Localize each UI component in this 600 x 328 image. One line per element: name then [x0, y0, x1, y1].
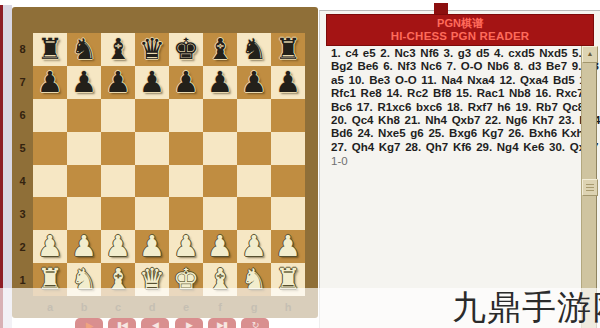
navigation-toolbar: ▶▮◀◀▶▶▮↻ — [0, 318, 320, 328]
moves-line: Rfc1 Re8 14. Rc2 Bf8 15. Rac1 Nb8 16. Rx… — [331, 87, 581, 100]
square-c4 — [101, 165, 135, 198]
square-a7: ♟ — [33, 66, 67, 99]
square-c5 — [101, 132, 135, 165]
piece-black-knight: ♞ — [71, 35, 97, 64]
piece-white-pawn: ♟ — [241, 232, 267, 261]
square-d7: ♟ — [135, 66, 169, 99]
square-c3 — [101, 197, 135, 230]
square-d3 — [135, 197, 169, 230]
piece-black-pawn: ♟ — [207, 68, 233, 97]
rank-labels: 87654321 — [12, 33, 33, 296]
square-g4 — [237, 165, 271, 198]
square-c6 — [101, 99, 135, 132]
piece-white-pawn: ♟ — [173, 232, 199, 261]
piece-black-pawn: ♟ — [71, 68, 97, 97]
square-e5 — [169, 132, 203, 165]
square-g8: ♞ — [237, 33, 271, 66]
square-d4 — [135, 165, 169, 198]
square-c8: ♝ — [101, 33, 135, 66]
pgn-reader-app: 87654321 ♜♞♝♛♚♝♞♜♟♟♟♟♟♟♟♟♟♟♟♟♟♟♟♟♜♞♝♛♚♝♞… — [0, 0, 600, 328]
square-g2: ♟ — [237, 230, 271, 263]
square-h4 — [271, 165, 305, 198]
square-b4 — [67, 165, 101, 198]
piece-black-rook: ♜ — [275, 35, 301, 64]
rank-label-4: 4 — [12, 165, 33, 198]
next-button[interactable]: ▶ — [175, 318, 203, 328]
square-b8: ♞ — [67, 33, 101, 66]
square-g6 — [237, 99, 271, 132]
square-b5 — [67, 132, 101, 165]
square-h2: ♟ — [271, 230, 305, 263]
piece-white-pawn: ♟ — [71, 232, 97, 261]
square-e6 — [169, 99, 203, 132]
rank-label-5: 5 — [12, 132, 33, 165]
square-e3 — [169, 197, 203, 230]
square-c7: ♟ — [101, 66, 135, 99]
piece-black-queen: ♛ — [139, 35, 165, 64]
square-a4 — [33, 165, 67, 198]
first-button[interactable]: ▮◀ — [108, 318, 136, 328]
moves-line: a5 10. Be3 O-O 11. Na4 Nxa4 12. Qxa4 Bd5… — [331, 74, 581, 87]
piece-white-pawn: ♟ — [275, 232, 301, 261]
piece-black-pawn: ♟ — [275, 68, 301, 97]
piece-black-pawn: ♟ — [241, 68, 267, 97]
last-button[interactable]: ▶▮ — [208, 318, 236, 328]
rank-label-3: 3 — [12, 197, 33, 230]
square-g3 — [237, 197, 271, 230]
moves-line: Bc6 17. R1xc6 bxc6 18. Rxf7 h6 19. Rb7 Q… — [331, 101, 581, 114]
move-list[interactable]: 1. c4 e5 2. Nc3 Nf6 3. g3 d5 4. cxd5 Nxd… — [331, 47, 581, 168]
previous-icon: ◀ — [152, 321, 158, 328]
piece-white-pawn: ♟ — [139, 232, 165, 261]
first-icon: ▮◀ — [117, 321, 127, 328]
game-result: 1-0 — [331, 154, 581, 168]
play-button[interactable]: ▶ — [75, 318, 103, 328]
left-edge-margin — [3, 5, 12, 328]
rank-label-8: 8 — [12, 33, 33, 66]
square-c2: ♟ — [101, 230, 135, 263]
scrollbar-grip-icon — [586, 184, 594, 192]
piece-white-pawn: ♟ — [207, 232, 233, 261]
piece-black-bishop: ♝ — [105, 35, 131, 64]
square-a6 — [33, 99, 67, 132]
moves-line: Bg2 Be6 6. Nf3 Nc6 7. O-O Nb6 8. d3 Be7 … — [331, 60, 581, 73]
moves-line: Bd6 24. Nxe5 g6 25. Bxg6 Kg7 26. Bxh6 Kx… — [331, 127, 581, 140]
square-b7: ♟ — [67, 66, 101, 99]
square-g5 — [237, 132, 271, 165]
square-b2: ♟ — [67, 230, 101, 263]
square-e7: ♟ — [169, 66, 203, 99]
square-e2: ♟ — [169, 230, 203, 263]
watermark-text: 九鼎手游网 — [452, 288, 600, 326]
flip-icon: ↻ — [252, 321, 259, 328]
square-d8: ♛ — [135, 33, 169, 66]
pgn-header-title-en: HI-CHESS PGN READER — [327, 30, 593, 43]
pgn-header: PGN棋谱 HI-CHESS PGN READER — [326, 14, 594, 46]
piece-black-pawn: ♟ — [105, 68, 131, 97]
piece-black-pawn: ♟ — [139, 68, 165, 97]
square-g7: ♟ — [237, 66, 271, 99]
square-f8: ♝ — [203, 33, 237, 66]
piece-black-king: ♚ — [173, 35, 199, 64]
square-h5 — [271, 132, 305, 165]
scrollbar-up-arrow-icon[interactable]: ▲ — [582, 46, 598, 63]
square-h7: ♟ — [271, 66, 305, 99]
square-f6 — [203, 99, 237, 132]
piece-black-rook: ♜ — [37, 35, 63, 64]
pgn-panel: PGN棋谱 HI-CHESS PGN READER 1. c4 e5 2. Nc… — [319, 10, 600, 328]
piece-white-pawn: ♟ — [105, 232, 131, 261]
scrollbar-thumb[interactable] — [582, 179, 598, 196]
square-f7: ♟ — [203, 66, 237, 99]
piece-black-pawn: ♟ — [37, 68, 63, 97]
square-b3 — [67, 197, 101, 230]
piece-black-pawn: ♟ — [173, 68, 199, 97]
square-h3 — [271, 197, 305, 230]
square-h8: ♜ — [271, 33, 305, 66]
square-a2: ♟ — [33, 230, 67, 263]
square-d5 — [135, 132, 169, 165]
next-icon: ▶ — [186, 321, 192, 328]
square-a3 — [33, 197, 67, 230]
moves-line: 27. Qh4 Kg7 28. Qh7 Kf6 29. Ng4 Ke6 30. … — [331, 141, 581, 154]
header-notch — [434, 3, 448, 14]
last-icon: ▶▮ — [217, 321, 227, 328]
square-f3 — [203, 197, 237, 230]
square-b6 — [67, 99, 101, 132]
flip-button[interactable]: ↻ — [241, 318, 269, 328]
previous-button[interactable]: ◀ — [141, 318, 169, 328]
square-f4 — [203, 165, 237, 198]
square-f5 — [203, 132, 237, 165]
square-e4 — [169, 165, 203, 198]
square-d2: ♟ — [135, 230, 169, 263]
square-h6 — [271, 99, 305, 132]
piece-black-knight: ♞ — [241, 35, 267, 64]
square-f2: ♟ — [203, 230, 237, 263]
square-a5 — [33, 132, 67, 165]
piece-white-pawn: ♟ — [37, 232, 63, 261]
rank-label-7: 7 — [12, 66, 33, 99]
pgn-header-title-cn: PGN棋谱 — [327, 17, 593, 30]
square-d6 — [135, 99, 169, 132]
square-a8: ♜ — [33, 33, 67, 66]
moves-line: 20. Qc4 Kh8 21. Nh4 Qxb7 22. Ng6 Kh7 23.… — [331, 114, 581, 127]
moves-line: 1. c4 e5 2. Nc3 Nf6 3. g3 d5 4. cxd5 Nxd… — [331, 47, 581, 60]
board-squares: ♜♞♝♛♚♝♞♜♟♟♟♟♟♟♟♟♟♟♟♟♟♟♟♟♜♞♝♛♚♝♞♜ — [33, 33, 305, 296]
play-icon: ▶ — [86, 321, 93, 328]
square-e8: ♚ — [169, 33, 203, 66]
rank-label-2: 2 — [12, 230, 33, 263]
piece-black-bishop: ♝ — [207, 35, 233, 64]
rank-label-6: 6 — [12, 99, 33, 132]
move-list-scrollbar[interactable]: ▲ — [581, 46, 597, 328]
